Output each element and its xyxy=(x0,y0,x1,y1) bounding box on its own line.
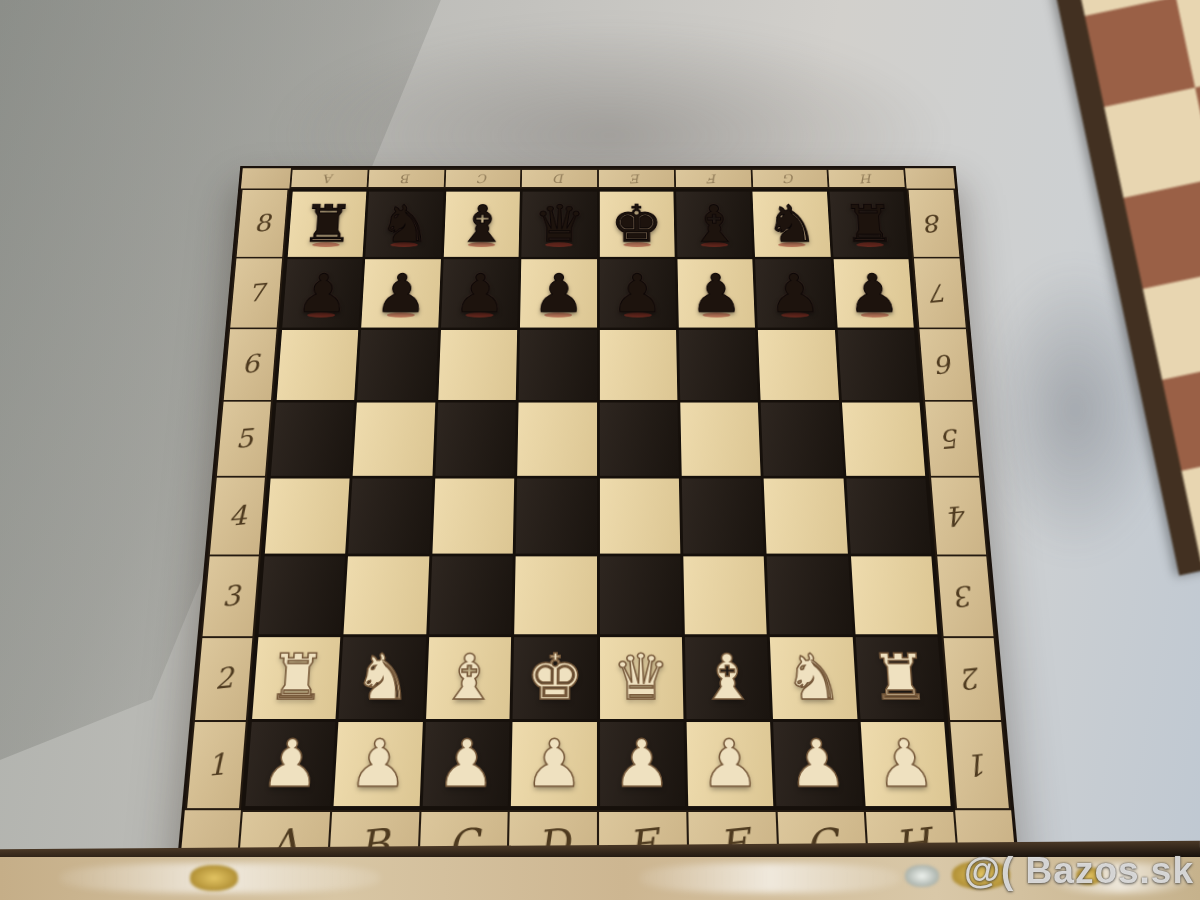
piece-white-bishop[interactable]: ♝ xyxy=(439,646,499,709)
piece-black-knight[interactable]: ♞ xyxy=(764,199,818,250)
file-label-top-f: F xyxy=(675,170,750,187)
piece-white-bishop[interactable]: ♝ xyxy=(697,646,757,709)
rank-label-left-7: 7 xyxy=(230,258,282,327)
square-g2[interactable]: ♞ xyxy=(770,637,857,718)
square-f5[interactable] xyxy=(680,403,761,476)
piece-black-knight[interactable]: ♞ xyxy=(377,199,431,250)
piece-white-knight[interactable]: ♞ xyxy=(352,646,413,709)
square-b8[interactable]: ♞ xyxy=(366,192,444,258)
piece-black-pawn[interactable]: ♟ xyxy=(374,267,429,320)
rank-label-left-5-text: 5 xyxy=(235,423,254,455)
square-c7[interactable]: ♟ xyxy=(441,260,519,328)
board-squares: ♜♞♝♛♚♝♞♜♟♟♟♟♟♟♟♟♜♞♝♚♛♝♞♜♟♟♟♟♟♟♟♟ xyxy=(241,188,955,810)
square-e5[interactable] xyxy=(599,403,678,476)
silver-figurine xyxy=(905,865,939,887)
piece-black-pawn[interactable]: ♟ xyxy=(453,267,507,320)
square-a5[interactable] xyxy=(271,403,355,476)
square-f4[interactable] xyxy=(682,478,764,553)
rank-label-left-5: 5 xyxy=(217,402,271,476)
square-g1[interactable]: ♟ xyxy=(773,722,862,806)
file-label-top-c: C xyxy=(445,170,520,187)
rank-label-left-6: 6 xyxy=(224,329,277,400)
square-g5[interactable] xyxy=(761,403,843,476)
square-e6[interactable] xyxy=(599,330,677,400)
square-h5[interactable] xyxy=(842,403,926,476)
file-label-top-e-text: E xyxy=(631,171,642,186)
rank-label-right-5: 5 xyxy=(925,402,979,476)
file-label-top-a-text: A xyxy=(324,171,334,186)
square-e2[interactable]: ♛ xyxy=(599,637,683,718)
square-g6[interactable] xyxy=(758,330,839,400)
piece-black-queen[interactable]: ♛ xyxy=(533,199,585,250)
piece-white-pawn[interactable]: ♟ xyxy=(436,731,497,797)
square-e8[interactable]: ♚ xyxy=(599,192,674,258)
rank-label-right-6-text: 6 xyxy=(934,349,957,379)
rank-label-right-2-text: 2 xyxy=(960,661,985,696)
piece-white-pawn[interactable]: ♟ xyxy=(259,731,322,797)
square-b7[interactable]: ♟ xyxy=(362,260,441,328)
file-label-top-a: A xyxy=(291,170,367,187)
rank-label-left-2: 2 xyxy=(195,638,252,721)
file-labels-top: ABCDEFGH xyxy=(289,168,906,188)
rank-label-left-2-text: 2 xyxy=(214,661,233,696)
rank-label-left-7-text: 7 xyxy=(247,278,265,307)
frame-corner-top-left xyxy=(241,168,291,188)
piece-white-pawn[interactable]: ♟ xyxy=(699,731,760,797)
square-d6[interactable] xyxy=(519,330,597,400)
piece-black-rook[interactable]: ♜ xyxy=(841,199,896,250)
rank-label-right-1-text: 1 xyxy=(967,747,992,784)
piece-black-pawn[interactable]: ♟ xyxy=(845,267,901,320)
gold-figurine xyxy=(190,865,238,891)
rank-label-right-7: 7 xyxy=(914,258,966,327)
piece-black-pawn[interactable]: ♟ xyxy=(532,267,585,320)
rank-label-right-8: 8 xyxy=(909,190,960,257)
piece-black-pawn[interactable]: ♟ xyxy=(689,267,743,320)
piece-black-pawn[interactable]: ♟ xyxy=(294,267,350,320)
square-a1[interactable]: ♟ xyxy=(245,722,335,806)
piece-white-king[interactable]: ♚ xyxy=(526,646,584,709)
piece-white-rook[interactable]: ♜ xyxy=(868,646,930,709)
square-g4[interactable] xyxy=(764,478,848,553)
rank-label-right-1: 1 xyxy=(950,722,1009,808)
piece-black-pawn[interactable]: ♟ xyxy=(767,267,822,320)
rank-label-left-3-text: 3 xyxy=(221,579,240,613)
piece-white-pawn[interactable]: ♟ xyxy=(786,731,848,797)
file-label-top-b: B xyxy=(368,170,444,187)
square-e4[interactable] xyxy=(599,478,680,553)
square-a2[interactable]: ♜ xyxy=(252,637,341,718)
piece-black-pawn[interactable]: ♟ xyxy=(611,267,664,320)
chess-board: ABCDEFGH 87654321 ♜♞♝♛♚♝♞♜♟♟♟♟♟♟♟♟♜♞♝♚♛♝… xyxy=(175,166,1021,884)
file-label-top-d-text: D xyxy=(554,171,566,186)
square-a6[interactable] xyxy=(277,330,359,400)
square-h2[interactable]: ♜ xyxy=(855,637,944,718)
square-f3[interactable] xyxy=(683,556,767,634)
scene: { "game": "chess", "position": { "fen": … xyxy=(0,0,1200,900)
piece-white-pawn[interactable]: ♟ xyxy=(612,731,672,797)
rank-label-right-3: 3 xyxy=(937,556,993,636)
rank-label-left-6-text: 6 xyxy=(241,349,259,379)
rank-label-right-8-text: 8 xyxy=(923,209,945,237)
square-g3[interactable] xyxy=(767,556,852,634)
rank-label-left-3: 3 xyxy=(203,556,259,636)
piece-white-pawn[interactable]: ♟ xyxy=(874,731,937,797)
square-d3[interactable] xyxy=(514,556,596,634)
square-h1[interactable]: ♟ xyxy=(860,722,950,806)
rank-label-left-4-text: 4 xyxy=(228,499,247,532)
frame-corner-top-right xyxy=(905,168,955,188)
square-a4[interactable] xyxy=(265,478,350,553)
square-b3[interactable] xyxy=(344,556,429,634)
square-g7[interactable]: ♟ xyxy=(755,260,834,328)
file-label-top-c-text: C xyxy=(477,171,488,186)
square-c6[interactable] xyxy=(438,330,517,400)
square-d2[interactable]: ♚ xyxy=(513,637,597,718)
square-h6[interactable] xyxy=(837,330,919,400)
square-c1[interactable]: ♟ xyxy=(422,722,509,806)
square-f8[interactable]: ♝ xyxy=(676,192,752,258)
file-label-top-f-text: F xyxy=(708,171,719,186)
square-h4[interactable] xyxy=(846,478,931,553)
rank-label-right-4-text: 4 xyxy=(947,499,971,532)
rank-label-right-7-text: 7 xyxy=(928,278,950,307)
square-h7[interactable]: ♟ xyxy=(833,260,913,328)
square-a8[interactable]: ♜ xyxy=(288,192,367,258)
piece-black-king[interactable]: ♚ xyxy=(611,199,663,250)
square-a3[interactable] xyxy=(259,556,346,634)
square-f7[interactable]: ♟ xyxy=(677,260,755,328)
square-b4[interactable] xyxy=(348,478,432,553)
rank-label-left-1-text: 1 xyxy=(207,747,227,784)
square-h3[interactable] xyxy=(851,556,938,634)
rank-label-right-6: 6 xyxy=(919,329,972,400)
file-label-top-g: G xyxy=(752,170,828,187)
square-b1[interactable]: ♟ xyxy=(334,722,423,806)
file-label-top-h-text: H xyxy=(860,171,874,186)
rank-label-right-5-text: 5 xyxy=(940,423,963,455)
square-e1[interactable]: ♟ xyxy=(600,722,685,806)
square-d5[interactable] xyxy=(517,403,596,476)
rank-label-right-2: 2 xyxy=(944,638,1001,721)
piece-white-queen[interactable]: ♛ xyxy=(612,646,670,709)
square-c5[interactable] xyxy=(435,403,516,476)
piece-black-rook[interactable]: ♜ xyxy=(300,199,355,250)
piece-white-pawn[interactable]: ♟ xyxy=(524,731,584,797)
file-label-top-d: D xyxy=(522,170,597,187)
square-d8[interactable]: ♛ xyxy=(521,192,596,258)
file-label-top-h: H xyxy=(829,170,905,187)
piece-white-pawn[interactable]: ♟ xyxy=(347,731,409,797)
square-c8[interactable]: ♝ xyxy=(444,192,520,258)
square-b2[interactable]: ♞ xyxy=(339,637,426,718)
watermark: @( Bazos.sk xyxy=(964,850,1194,892)
rank-label-left-4: 4 xyxy=(210,478,265,555)
piece-black-bishop[interactable]: ♝ xyxy=(455,199,508,250)
file-label-top-b-text: B xyxy=(401,171,411,186)
piece-white-knight[interactable]: ♞ xyxy=(783,646,844,709)
plastic-wrap-sheen xyxy=(640,863,900,893)
rank-label-left-8-text: 8 xyxy=(253,209,271,237)
piece-white-rook[interactable]: ♜ xyxy=(266,646,328,709)
square-d4[interactable] xyxy=(516,478,597,553)
square-c2[interactable]: ♝ xyxy=(426,637,511,718)
square-f1[interactable]: ♟ xyxy=(686,722,773,806)
square-a7[interactable]: ♟ xyxy=(282,260,362,328)
square-c4[interactable] xyxy=(432,478,514,553)
rank-label-right-4: 4 xyxy=(931,478,986,555)
piece-black-bishop[interactable]: ♝ xyxy=(687,199,740,250)
file-label-top-e: E xyxy=(599,170,674,187)
square-f2[interactable]: ♝ xyxy=(685,637,770,718)
square-b5[interactable] xyxy=(353,403,435,476)
square-e3[interactable] xyxy=(599,556,681,634)
rank-label-right-3-text: 3 xyxy=(953,579,977,613)
square-g8[interactable]: ♞ xyxy=(753,192,831,258)
square-e7[interactable]: ♟ xyxy=(599,260,676,328)
file-label-top-g-text: G xyxy=(784,171,796,186)
square-c3[interactable] xyxy=(429,556,513,634)
rank-label-left-8: 8 xyxy=(237,190,288,257)
square-d1[interactable]: ♟ xyxy=(511,722,596,806)
rank-label-left-1: 1 xyxy=(187,722,246,808)
square-d7[interactable]: ♟ xyxy=(520,260,597,328)
square-f6[interactable] xyxy=(679,330,758,400)
square-h8[interactable]: ♜ xyxy=(829,192,908,258)
square-b6[interactable] xyxy=(357,330,438,400)
